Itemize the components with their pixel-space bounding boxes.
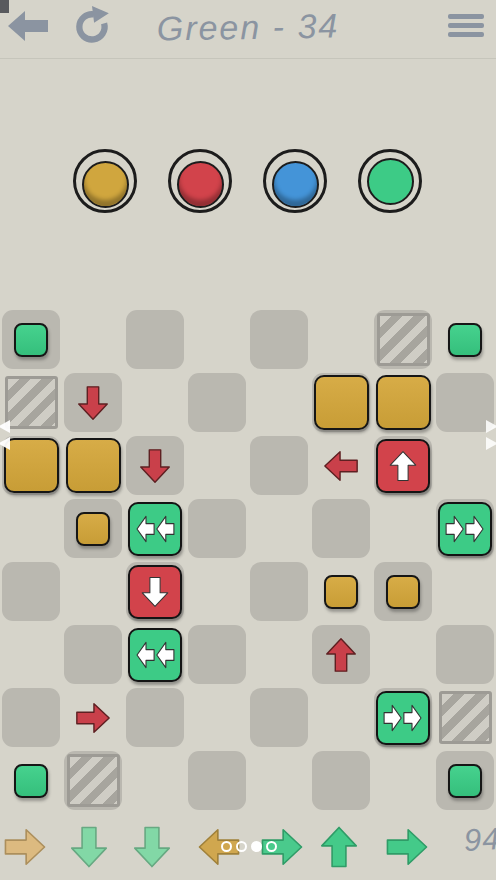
- cell-r1c5: [248, 308, 310, 371]
- cell-r5c7: [372, 560, 434, 623]
- cell-r2c7: [372, 371, 434, 434]
- hatched-wall-tile: [439, 691, 492, 744]
- cell-r4c1: [0, 497, 62, 560]
- cell-r7c2: [62, 686, 124, 749]
- cell-r8c4: [186, 749, 248, 812]
- cell-r8c6: [310, 749, 372, 812]
- cell-r5c4: [186, 560, 248, 623]
- cell-r8c3: [124, 749, 186, 812]
- cell-r5c5: [248, 560, 310, 623]
- yellow-tile[interactable]: [376, 375, 431, 430]
- toolbar-arrow-up-icon[interactable]: [316, 824, 362, 870]
- green-arrow-button-right[interactable]: [438, 502, 492, 556]
- cell-r8c5: [248, 749, 310, 812]
- green-tile[interactable]: [14, 323, 48, 357]
- cell-r4c8: [434, 497, 496, 560]
- color-button-yellow[interactable]: [73, 149, 137, 213]
- level-title: Green - 34: [0, 4, 496, 52]
- pager-dot[interactable]: [236, 841, 247, 852]
- cell-r3c5: [248, 434, 310, 497]
- hatched-wall-tile: [377, 313, 430, 366]
- yellow-tile[interactable]: [4, 438, 59, 493]
- cell-r7c5: [248, 686, 310, 749]
- cell-r6c5: [248, 623, 310, 686]
- cell-r3c2: [62, 434, 124, 497]
- menu-icon: [448, 14, 484, 19]
- pager-dot-active[interactable]: [251, 841, 262, 852]
- green-arrow-button-left[interactable]: [128, 502, 182, 556]
- cell-r2c2: [62, 371, 124, 434]
- edge-arrow-left-icon: [0, 419, 10, 451]
- cell-r5c6: [310, 560, 372, 623]
- yellow-tile-small[interactable]: [76, 512, 110, 546]
- cell-r2c3: [124, 371, 186, 434]
- cell-r6c6: [310, 623, 372, 686]
- cell-r1c4: [186, 308, 248, 371]
- cell-r4c7: [372, 497, 434, 560]
- red-arrow-up-icon[interactable]: [322, 636, 360, 674]
- cell-r7c7: [372, 686, 434, 749]
- color-button-blue[interactable]: [263, 149, 327, 213]
- cell-r8c1: [0, 749, 62, 812]
- cell-r6c1: [0, 623, 62, 686]
- cell-r7c6: [310, 686, 372, 749]
- cell-r8c8: [434, 749, 496, 812]
- cell-r7c4: [186, 686, 248, 749]
- cell-r3c4: [186, 434, 248, 497]
- green-arrow-button-right[interactable]: [376, 691, 430, 745]
- cell-r6c7: [372, 623, 434, 686]
- red-arrow-down-icon[interactable]: [136, 447, 174, 485]
- blue-circle: [272, 161, 319, 208]
- cell-r7c3: [124, 686, 186, 749]
- color-button-green[interactable]: [358, 149, 422, 213]
- toolbar-arrow-down-icon[interactable]: [129, 824, 175, 870]
- move-count: 94: [463, 821, 496, 859]
- cell-r4c5: [248, 497, 310, 560]
- cell-r1c7: [372, 308, 434, 371]
- pager-dot[interactable]: [266, 841, 277, 852]
- hatched-wall-tile: [67, 754, 120, 807]
- cell-r4c6: [310, 497, 372, 560]
- cell-r2c4: [186, 371, 248, 434]
- cell-r6c2: [62, 623, 124, 686]
- cell-r7c1: [0, 686, 62, 749]
- page-indicator[interactable]: [221, 841, 277, 852]
- red-arrow-right-icon[interactable]: [74, 699, 112, 737]
- cell-r2c5: [248, 371, 310, 434]
- toolbar-arrow-right-icon[interactable]: [2, 824, 48, 870]
- green-arrow-button-left[interactable]: [128, 628, 182, 682]
- cell-r7c8: [434, 686, 496, 749]
- yellow-tile[interactable]: [314, 375, 369, 430]
- cell-r5c2: [62, 560, 124, 623]
- hatched-wall-tile: [5, 376, 58, 429]
- cell-r1c1: [0, 308, 62, 371]
- cell-r4c3: [124, 497, 186, 560]
- toolbar-arrow-right-icon[interactable]: [384, 824, 430, 870]
- toolbar-arrow-down-icon[interactable]: [66, 824, 112, 870]
- cell-r5c1: [0, 560, 62, 623]
- menu-button[interactable]: [448, 14, 484, 37]
- yellow-circle: [82, 161, 129, 208]
- yellow-tile[interactable]: [66, 438, 121, 493]
- header-bar: Green - 34: [0, 0, 496, 59]
- green-tile[interactable]: [448, 323, 482, 357]
- cell-r5c8: [434, 560, 496, 623]
- red-arrow-button-up[interactable]: [376, 439, 430, 493]
- cell-r4c4: [186, 497, 248, 560]
- cell-r6c3: [124, 623, 186, 686]
- pager-dot[interactable]: [221, 841, 232, 852]
- green-tile[interactable]: [448, 764, 482, 798]
- cell-r3c3: [124, 434, 186, 497]
- cell-r1c2: [62, 308, 124, 371]
- cell-r5c3: [124, 560, 186, 623]
- yellow-tile-small[interactable]: [324, 575, 358, 609]
- cell-r2c6: [310, 371, 372, 434]
- red-circle: [177, 161, 224, 208]
- red-arrow-button-down[interactable]: [128, 565, 182, 619]
- red-arrow-left-icon[interactable]: [322, 447, 360, 485]
- cell-r3c6: [310, 434, 372, 497]
- green-tile[interactable]: [14, 764, 48, 798]
- cell-r1c3: [124, 308, 186, 371]
- cell-r6c8: [434, 623, 496, 686]
- cell-r1c8: [434, 308, 496, 371]
- cell-r3c7: [372, 434, 434, 497]
- color-button-red[interactable]: [168, 149, 232, 213]
- cell-r1c6: [310, 308, 372, 371]
- cell-r6c4: [186, 623, 248, 686]
- green-circle: [367, 158, 414, 205]
- edge-arrow-right-icon: [486, 419, 496, 451]
- cell-r8c7: [372, 749, 434, 812]
- game-board: [0, 308, 496, 812]
- app-screen: Green - 34: [0, 0, 496, 880]
- cell-r8c2: [62, 749, 124, 812]
- yellow-tile-small[interactable]: [386, 575, 420, 609]
- cell-r4c2: [62, 497, 124, 560]
- red-arrow-down-icon[interactable]: [74, 384, 112, 422]
